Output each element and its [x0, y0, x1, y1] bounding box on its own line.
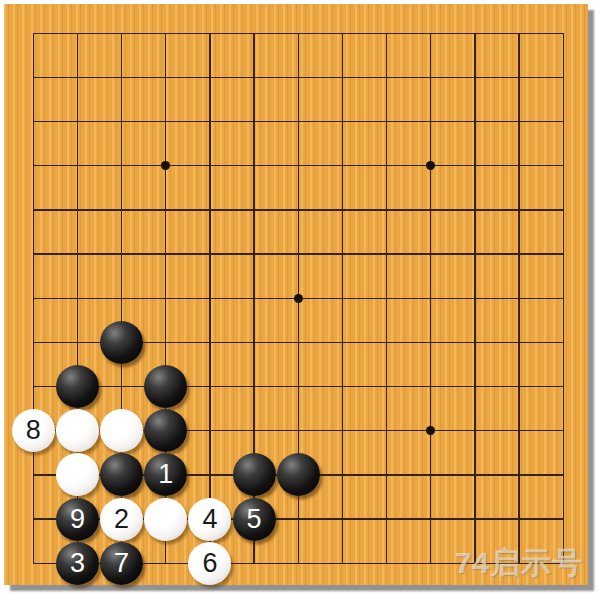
- stone-move-number: 9: [70, 506, 85, 533]
- stone-d4-black: [144, 409, 187, 452]
- stone-c2-white: 2: [100, 498, 143, 541]
- stone-b3-white: [56, 453, 99, 496]
- stone-b5-black: [56, 365, 99, 408]
- stone-move-number: 8: [26, 417, 41, 444]
- stone-e2-white: 4: [188, 498, 231, 541]
- stone-a4-white: 8: [12, 409, 55, 452]
- page: { "game": "go", "board": { "size": 13, "…: [0, 0, 600, 600]
- stone-g3-black: [277, 453, 320, 496]
- watermark: 74启示号: [455, 543, 583, 584]
- stone-move-number: 1: [158, 461, 173, 488]
- stone-move-number: 2: [114, 506, 129, 533]
- stone-c4-white: [100, 409, 143, 452]
- stone-e1-white: 6: [188, 542, 231, 585]
- stone-d5-black: [144, 365, 187, 408]
- stone-move-number: 7: [114, 550, 129, 577]
- stone-d3-black: 1: [144, 453, 187, 496]
- stone-c6-black: [100, 321, 143, 364]
- stone-f3-black: [233, 453, 276, 496]
- stone-b1-black: 3: [56, 542, 99, 585]
- stone-move-number: 3: [70, 550, 85, 577]
- stone-d2-white: [144, 498, 187, 541]
- board-intersection-grid: 819245376: [11, 11, 585, 585]
- stone-move-number: 4: [202, 506, 217, 533]
- stone-b4-white: [56, 409, 99, 452]
- go-board: 819245376 74启示号: [4, 4, 588, 585]
- stone-move-number: 5: [247, 506, 262, 533]
- stone-c1-black: 7: [100, 542, 143, 585]
- stone-f2-black: 5: [233, 498, 276, 541]
- stone-b2-black: 9: [56, 498, 99, 541]
- stone-c3-black: [100, 453, 143, 496]
- stone-move-number: 6: [202, 550, 217, 577]
